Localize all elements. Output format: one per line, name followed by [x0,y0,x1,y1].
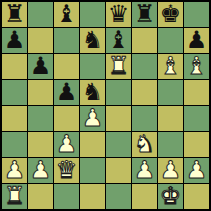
piece-white-bishop[interactable]: ♝ [160,54,182,78]
square-h2[interactable]: ♟ [184,158,209,183]
square-e6[interactable]: ♜ [106,54,131,79]
square-b6[interactable]: ♟ [28,54,53,79]
piece-white-king[interactable]: ♚ [160,184,182,208]
square-h7[interactable]: ♟ [184,28,209,53]
square-a2[interactable]: ♟ [2,158,27,183]
piece-black-bishop[interactable]: ♝ [108,28,130,52]
piece-black-pawn[interactable]: ♟ [4,28,26,52]
square-d7[interactable]: ♞ [80,28,105,53]
square-b4[interactable] [28,106,53,131]
square-e7[interactable]: ♝ [106,28,131,53]
square-c6[interactable] [54,54,79,79]
square-a4[interactable] [2,106,27,131]
piece-black-pawn[interactable]: ♟ [186,28,208,52]
piece-black-pawn[interactable]: ♟ [56,80,78,104]
square-c7[interactable] [54,28,79,53]
square-d8[interactable] [80,2,105,27]
piece-white-rook[interactable]: ♜ [4,184,26,208]
square-c4[interactable] [54,106,79,131]
square-g6[interactable]: ♝ [158,54,183,79]
square-h6[interactable]: ♝ [184,54,209,79]
square-f1[interactable] [132,184,157,209]
square-h1[interactable] [184,184,209,209]
piece-white-queen[interactable]: ♛ [56,158,78,182]
square-h4[interactable] [184,106,209,131]
piece-white-pawn[interactable]: ♟ [56,132,78,156]
piece-white-pawn[interactable]: ♟ [82,106,104,130]
square-b2[interactable]: ♟ [28,158,53,183]
piece-white-bishop[interactable]: ♝ [186,54,208,78]
square-g5[interactable] [158,80,183,105]
square-e5[interactable] [106,80,131,105]
square-f3[interactable]: ♞ [132,132,157,157]
square-f8[interactable]: ♜ [132,2,157,27]
piece-black-knight[interactable]: ♞ [82,80,104,104]
square-b8[interactable] [28,2,53,27]
piece-black-rook[interactable]: ♜ [4,2,26,26]
square-e1[interactable] [106,184,131,209]
piece-white-pawn[interactable]: ♟ [160,158,182,182]
square-d3[interactable] [80,132,105,157]
piece-white-pawn[interactable]: ♟ [30,158,52,182]
square-h8[interactable] [184,2,209,27]
square-e2[interactable] [106,158,131,183]
square-e8[interactable]: ♛ [106,2,131,27]
square-f6[interactable] [132,54,157,79]
piece-black-king[interactable]: ♚ [160,2,182,26]
square-a5[interactable] [2,80,27,105]
piece-white-pawn[interactable]: ♟ [134,158,156,182]
square-g1[interactable]: ♚ [158,184,183,209]
square-g4[interactable] [158,106,183,131]
square-b3[interactable] [28,132,53,157]
square-f2[interactable]: ♟ [132,158,157,183]
square-a1[interactable]: ♜ [2,184,27,209]
square-h3[interactable] [184,132,209,157]
piece-white-rook[interactable]: ♜ [108,54,130,78]
square-f7[interactable] [132,28,157,53]
square-a6[interactable] [2,54,27,79]
square-h5[interactable] [184,80,209,105]
square-d2[interactable] [80,158,105,183]
square-d5[interactable]: ♞ [80,80,105,105]
square-g2[interactable]: ♟ [158,158,183,183]
square-c1[interactable] [54,184,79,209]
square-b1[interactable] [28,184,53,209]
piece-black-pawn[interactable]: ♟ [30,54,52,78]
square-d1[interactable] [80,184,105,209]
square-c5[interactable]: ♟ [54,80,79,105]
square-a3[interactable] [2,132,27,157]
square-b7[interactable] [28,28,53,53]
square-c2[interactable]: ♛ [54,158,79,183]
piece-black-bishop[interactable]: ♝ [56,2,78,26]
square-d6[interactable] [80,54,105,79]
square-g7[interactable] [158,28,183,53]
piece-white-pawn[interactable]: ♟ [4,158,26,182]
piece-black-rook[interactable]: ♜ [134,2,156,26]
square-c3[interactable]: ♟ [54,132,79,157]
square-a8[interactable]: ♜ [2,2,27,27]
chess-board: ♜♝♛♜♚♟♞♝♟♟♜♝♝♟♞♟♟♞♟♟♛♟♟♟♜♚ [0,0,211,211]
square-a7[interactable]: ♟ [2,28,27,53]
piece-black-knight[interactable]: ♞ [82,28,104,52]
square-d4[interactable]: ♟ [80,106,105,131]
square-c8[interactable]: ♝ [54,2,79,27]
piece-white-knight[interactable]: ♞ [134,132,156,156]
square-e3[interactable] [106,132,131,157]
piece-white-pawn[interactable]: ♟ [186,158,208,182]
square-g3[interactable] [158,132,183,157]
square-f5[interactable] [132,80,157,105]
square-f4[interactable] [132,106,157,131]
piece-black-queen[interactable]: ♛ [108,2,130,26]
square-e4[interactable] [106,106,131,131]
square-b5[interactable] [28,80,53,105]
square-g8[interactable]: ♚ [158,2,183,27]
